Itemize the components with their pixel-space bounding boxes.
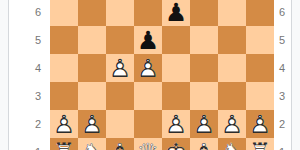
square-d6 — [134, 0, 162, 26]
rank-label-2-left: 2 — [31, 110, 45, 138]
piece-fill: ♟ — [162, 110, 190, 138]
white-pawn-c4: ♙ — [106, 54, 134, 82]
square-a3 — [50, 82, 78, 110]
piece-fill: ♝ — [106, 138, 134, 150]
square-a4 — [50, 54, 78, 82]
piece-fill: ♟ — [50, 110, 78, 138]
square-g1: ♞♘ — [218, 138, 246, 150]
piece-fill: ♝ — [190, 138, 218, 150]
rank-label-5-left: 5 — [31, 26, 45, 54]
square-g5 — [218, 26, 246, 54]
square-e1: ♚♔ — [162, 138, 190, 150]
white-pawn-a2: ♙ — [50, 110, 78, 138]
square-c5 — [106, 26, 134, 54]
square-a6 — [50, 0, 78, 26]
square-b2: ♟♙ — [78, 110, 106, 138]
square-f3 — [190, 82, 218, 110]
white-bishop-c1: ♗ — [106, 138, 134, 150]
piece-fill: ♛ — [134, 138, 162, 150]
black-pawn-d5: ♟ — [134, 26, 162, 54]
white-rook-a1: ♖ — [50, 138, 78, 150]
square-f4 — [190, 54, 218, 82]
square-d4: ♟♙ — [134, 54, 162, 82]
white-pawn-h2: ♙ — [246, 110, 274, 138]
white-pawn-e2: ♙ — [162, 110, 190, 138]
black-pawn-e6: ♟ — [162, 0, 190, 26]
piece-fill: ♟ — [134, 54, 162, 82]
square-b1: ♞♘ — [78, 138, 106, 150]
square-f5 — [190, 26, 218, 54]
white-pawn-d4: ♙ — [134, 54, 162, 82]
square-e2: ♟♙ — [162, 110, 190, 138]
square-f2: ♟♙ — [190, 110, 218, 138]
square-d2 — [134, 110, 162, 138]
square-g4 — [218, 54, 246, 82]
square-g3 — [218, 82, 246, 110]
rank-label-4-right: 4 — [275, 54, 289, 82]
square-e6: ♟ — [162, 0, 190, 26]
square-a2: ♟♙ — [50, 110, 78, 138]
rank-label-5-right: 5 — [275, 26, 289, 54]
square-c4: ♟♙ — [106, 54, 134, 82]
square-h6 — [246, 0, 274, 26]
rank-label-3-left: 3 — [31, 82, 45, 110]
white-pawn-b2: ♙ — [78, 110, 106, 138]
square-d5: ♟ — [134, 26, 162, 54]
rank-label-6-right: 6 — [275, 0, 289, 26]
piece-fill: ♞ — [218, 138, 246, 150]
square-c1: ♝♗ — [106, 138, 134, 150]
rank-label-6-left: 6 — [31, 0, 45, 26]
white-king-e1: ♔ — [162, 138, 190, 150]
rank-label-1-left: 1 — [31, 138, 45, 150]
square-f6 — [190, 0, 218, 26]
chess-diagram[interactable]: ♟♟♟♙♟♙♟♙♟♙♟♙♟♙♟♙♟♙♜♖♞♘♝♗♛♕♚♔♝♗♞♘♜♖ 66554… — [0, 0, 300, 150]
square-b4 — [78, 54, 106, 82]
piece-fill: ♞ — [78, 138, 106, 150]
white-pawn-f2: ♙ — [190, 110, 218, 138]
square-c2 — [106, 110, 134, 138]
piece-fill: ♟ — [106, 54, 134, 82]
square-d3 — [134, 82, 162, 110]
piece-fill: ♜ — [246, 138, 274, 150]
white-pawn-g2: ♙ — [218, 110, 246, 138]
piece-fill: ♚ — [162, 138, 190, 150]
page-fragment: ♟♟♟♙♟♙♟♙♟♙♟♙♟♙♟♙♟♙♜♖♞♘♝♗♛♕♚♔♝♗♞♘♜♖ 66554… — [0, 0, 300, 150]
square-g6 — [218, 0, 246, 26]
square-b6 — [78, 0, 106, 26]
square-g2: ♟♙ — [218, 110, 246, 138]
square-f1: ♝♗ — [190, 138, 218, 150]
square-h3 — [246, 82, 274, 110]
piece-fill: ♟ — [218, 110, 246, 138]
white-bishop-f1: ♗ — [190, 138, 218, 150]
rank-label-2-right: 2 — [275, 110, 289, 138]
square-h1: ♜♖ — [246, 138, 274, 150]
rank-label-1-right: 1 — [275, 138, 289, 150]
white-queen-d1: ♕ — [134, 138, 162, 150]
square-c6 — [106, 0, 134, 26]
square-c3 — [106, 82, 134, 110]
square-d1: ♛♕ — [134, 138, 162, 150]
piece-fill: ♟ — [190, 110, 218, 138]
white-knight-b1: ♘ — [78, 138, 106, 150]
square-a5 — [50, 26, 78, 54]
square-b5 — [78, 26, 106, 54]
square-h5 — [246, 26, 274, 54]
piece-fill: ♜ — [50, 138, 78, 150]
square-e3 — [162, 82, 190, 110]
square-e4 — [162, 54, 190, 82]
rank-label-3-right: 3 — [275, 82, 289, 110]
square-a1: ♜♖ — [50, 138, 78, 150]
square-b3 — [78, 82, 106, 110]
white-rook-h1: ♖ — [246, 138, 274, 150]
square-e5 — [162, 26, 190, 54]
rank-label-4-left: 4 — [31, 54, 45, 82]
chess-board[interactable]: ♟♟♟♙♟♙♟♙♟♙♟♙♟♙♟♙♟♙♜♖♞♘♝♗♛♕♚♔♝♗♞♘♜♖ — [50, 0, 274, 150]
square-h4 — [246, 54, 274, 82]
square-h2: ♟♙ — [246, 110, 274, 138]
piece-fill: ♟ — [246, 110, 274, 138]
piece-fill: ♟ — [78, 110, 106, 138]
white-knight-g1: ♘ — [218, 138, 246, 150]
